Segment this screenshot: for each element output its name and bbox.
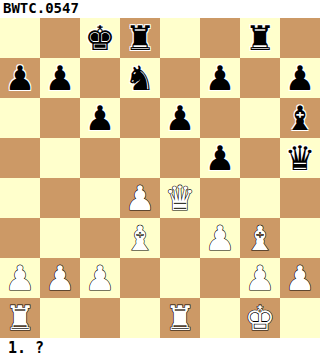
white-bishop: ♝ bbox=[125, 218, 155, 258]
black-pawn: ♟ bbox=[285, 58, 315, 98]
black-rook: ♜ bbox=[125, 18, 155, 58]
black-rook: ♜ bbox=[245, 18, 275, 58]
square-b8[interactable] bbox=[40, 18, 80, 58]
white-rook: ♜ bbox=[5, 298, 35, 338]
square-e8[interactable] bbox=[160, 18, 200, 58]
square-d8[interactable]: ♜ bbox=[120, 18, 160, 58]
move-prompt: 1. ? bbox=[0, 338, 320, 360]
white-bishop: ♝ bbox=[245, 218, 275, 258]
black-pawn: ♟ bbox=[5, 58, 35, 98]
square-d5[interactable] bbox=[120, 138, 160, 178]
square-g6[interactable] bbox=[240, 98, 280, 138]
chess-puzzle-window: BWTC.0547 ♚♜♜♟♟♞♟♟♟♟♝♟♛♟♛♝♟♝♟♟♟♟♟♜♜♚ 1. … bbox=[0, 0, 320, 360]
square-a7[interactable]: ♟ bbox=[0, 58, 40, 98]
square-b7[interactable]: ♟ bbox=[40, 58, 80, 98]
square-h2[interactable]: ♟ bbox=[280, 258, 320, 298]
square-h6[interactable]: ♝ bbox=[280, 98, 320, 138]
white-pawn: ♟ bbox=[245, 258, 275, 298]
square-b5[interactable] bbox=[40, 138, 80, 178]
square-c7[interactable] bbox=[80, 58, 120, 98]
square-e1[interactable]: ♜ bbox=[160, 298, 200, 338]
square-f6[interactable] bbox=[200, 98, 240, 138]
square-a1[interactable]: ♜ bbox=[0, 298, 40, 338]
square-e6[interactable]: ♟ bbox=[160, 98, 200, 138]
square-d2[interactable] bbox=[120, 258, 160, 298]
black-knight: ♞ bbox=[125, 58, 155, 98]
square-f3[interactable]: ♟ bbox=[200, 218, 240, 258]
square-b1[interactable] bbox=[40, 298, 80, 338]
square-c1[interactable] bbox=[80, 298, 120, 338]
square-d4[interactable]: ♟ bbox=[120, 178, 160, 218]
square-a6[interactable] bbox=[0, 98, 40, 138]
white-pawn: ♟ bbox=[85, 258, 115, 298]
white-king: ♚ bbox=[245, 298, 275, 338]
square-h7[interactable]: ♟ bbox=[280, 58, 320, 98]
square-h1[interactable] bbox=[280, 298, 320, 338]
square-e3[interactable] bbox=[160, 218, 200, 258]
square-e4[interactable]: ♛ bbox=[160, 178, 200, 218]
square-g1[interactable]: ♚ bbox=[240, 298, 280, 338]
square-c5[interactable] bbox=[80, 138, 120, 178]
square-b2[interactable]: ♟ bbox=[40, 258, 80, 298]
square-a2[interactable]: ♟ bbox=[0, 258, 40, 298]
white-pawn: ♟ bbox=[285, 258, 315, 298]
black-bishop: ♝ bbox=[285, 98, 315, 138]
square-e2[interactable] bbox=[160, 258, 200, 298]
square-d1[interactable] bbox=[120, 298, 160, 338]
square-b3[interactable] bbox=[40, 218, 80, 258]
square-a3[interactable] bbox=[0, 218, 40, 258]
square-e7[interactable] bbox=[160, 58, 200, 98]
white-pawn: ♟ bbox=[205, 218, 235, 258]
square-e5[interactable] bbox=[160, 138, 200, 178]
square-b4[interactable] bbox=[40, 178, 80, 218]
square-f1[interactable] bbox=[200, 298, 240, 338]
black-pawn: ♟ bbox=[205, 138, 235, 178]
square-g4[interactable] bbox=[240, 178, 280, 218]
square-d3[interactable]: ♝ bbox=[120, 218, 160, 258]
white-pawn: ♟ bbox=[5, 258, 35, 298]
square-c3[interactable] bbox=[80, 218, 120, 258]
square-g2[interactable]: ♟ bbox=[240, 258, 280, 298]
square-f2[interactable] bbox=[200, 258, 240, 298]
black-king: ♚ bbox=[85, 18, 115, 58]
square-c4[interactable] bbox=[80, 178, 120, 218]
black-pawn: ♟ bbox=[85, 98, 115, 138]
square-g5[interactable] bbox=[240, 138, 280, 178]
square-g7[interactable] bbox=[240, 58, 280, 98]
black-queen: ♛ bbox=[285, 138, 315, 178]
square-f5[interactable]: ♟ bbox=[200, 138, 240, 178]
square-c6[interactable]: ♟ bbox=[80, 98, 120, 138]
square-c2[interactable]: ♟ bbox=[80, 258, 120, 298]
square-a8[interactable] bbox=[0, 18, 40, 58]
square-h3[interactable] bbox=[280, 218, 320, 258]
black-pawn: ♟ bbox=[45, 58, 75, 98]
black-pawn: ♟ bbox=[165, 98, 195, 138]
square-b6[interactable] bbox=[40, 98, 80, 138]
square-f7[interactable]: ♟ bbox=[200, 58, 240, 98]
white-queen: ♛ bbox=[165, 178, 195, 218]
square-h4[interactable] bbox=[280, 178, 320, 218]
white-rook: ♜ bbox=[165, 298, 195, 338]
square-h8[interactable] bbox=[280, 18, 320, 58]
chess-board: ♚♜♜♟♟♞♟♟♟♟♝♟♛♟♛♝♟♝♟♟♟♟♟♜♜♚ bbox=[0, 18, 320, 338]
square-c8[interactable]: ♚ bbox=[80, 18, 120, 58]
square-g3[interactable]: ♝ bbox=[240, 218, 280, 258]
square-a4[interactable] bbox=[0, 178, 40, 218]
square-a5[interactable] bbox=[0, 138, 40, 178]
white-pawn: ♟ bbox=[45, 258, 75, 298]
puzzle-title: BWTC.0547 bbox=[0, 0, 320, 18]
white-pawn: ♟ bbox=[125, 178, 155, 218]
square-g8[interactable]: ♜ bbox=[240, 18, 280, 58]
square-f8[interactable] bbox=[200, 18, 240, 58]
black-pawn: ♟ bbox=[205, 58, 235, 98]
square-f4[interactable] bbox=[200, 178, 240, 218]
square-d7[interactable]: ♞ bbox=[120, 58, 160, 98]
square-d6[interactable] bbox=[120, 98, 160, 138]
square-h5[interactable]: ♛ bbox=[280, 138, 320, 178]
